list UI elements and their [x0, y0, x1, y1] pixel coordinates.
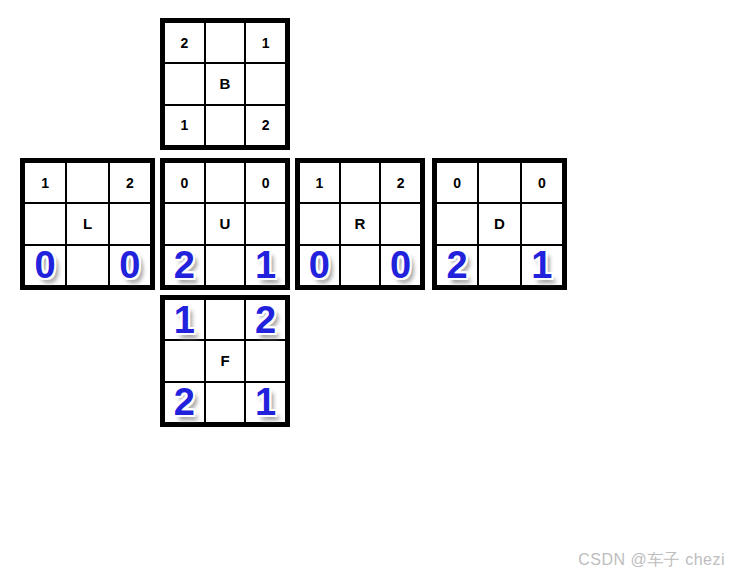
cell-U-r1c2	[246, 204, 285, 243]
cell-F-r2c0: 2	[165, 383, 204, 422]
cell-R-r0c1	[341, 163, 380, 202]
cell-D-r2c1	[479, 246, 519, 285]
cell-D-r1c2	[522, 204, 562, 243]
cell-L-r2c2: 0	[110, 246, 150, 285]
cell-L-r2c0: 0	[25, 246, 65, 285]
cell-B-r2c1	[206, 106, 245, 145]
cell-F-r2c2: 1	[246, 383, 285, 422]
cell-U-r2c0: 2	[165, 246, 204, 285]
cell-F-r1c0	[165, 341, 204, 380]
cell-D-r0c0: 0	[437, 163, 477, 202]
cell-B-r2c2: 2	[246, 106, 285, 145]
cell-B-r1c0	[165, 64, 204, 103]
cell-B-r0c0: 2	[165, 23, 204, 62]
cell-R-r0c0: 1	[300, 163, 339, 202]
watermark: CSDN @车子 chezi	[578, 550, 725, 571]
cell-F-r2c1	[206, 383, 245, 422]
face-U: 00U21	[160, 158, 290, 290]
cell-U-r0c2: 0	[246, 163, 285, 202]
cell-B-r0c2: 1	[246, 23, 285, 62]
cell-L-r2c1	[67, 246, 107, 285]
face-L: 12L00	[20, 158, 155, 290]
cell-L-r1c1: L	[67, 204, 107, 243]
cell-F-r1c1: F	[206, 341, 245, 380]
face-F: 12F21	[160, 295, 290, 427]
face-R: 12R00	[295, 158, 425, 290]
cell-R-r2c0: 0	[300, 246, 339, 285]
cell-F-r1c2	[246, 341, 285, 380]
cell-U-r0c1	[206, 163, 245, 202]
cell-U-r1c0	[165, 204, 204, 243]
cell-L-r1c2	[110, 204, 150, 243]
cell-D-r0c1	[479, 163, 519, 202]
cell-L-r1c0	[25, 204, 65, 243]
cell-R-r2c2: 0	[381, 246, 420, 285]
cell-R-r2c1	[341, 246, 380, 285]
cell-U-r0c0: 0	[165, 163, 204, 202]
cell-U-r2c1	[206, 246, 245, 285]
cell-F-r0c2: 2	[246, 300, 285, 339]
face-D: 00D21	[432, 158, 567, 290]
cell-D-r2c0: 2	[437, 246, 477, 285]
cell-B-r2c0: 1	[165, 106, 204, 145]
cell-R-r1c2	[381, 204, 420, 243]
cell-D-r1c1: D	[479, 204, 519, 243]
cell-B-r1c1: B	[206, 64, 245, 103]
cell-U-r1c1: U	[206, 204, 245, 243]
cell-F-r0c1	[206, 300, 245, 339]
cell-D-r2c2: 1	[522, 246, 562, 285]
cell-U-r2c2: 1	[246, 246, 285, 285]
cell-D-r0c2: 0	[522, 163, 562, 202]
cube-net-diagram: 21B12 12L00 00U21 12R00 00D21 12F21 CSDN…	[0, 0, 734, 580]
cell-L-r0c1	[67, 163, 107, 202]
cell-B-r0c1	[206, 23, 245, 62]
face-B: 21B12	[160, 18, 290, 150]
cell-L-r0c2: 2	[110, 163, 150, 202]
cell-R-r1c1: R	[341, 204, 380, 243]
cell-R-r0c2: 2	[381, 163, 420, 202]
cell-L-r0c0: 1	[25, 163, 65, 202]
cell-F-r0c0: 1	[165, 300, 204, 339]
cell-D-r1c0	[437, 204, 477, 243]
cell-R-r1c0	[300, 204, 339, 243]
cell-B-r1c2	[246, 64, 285, 103]
